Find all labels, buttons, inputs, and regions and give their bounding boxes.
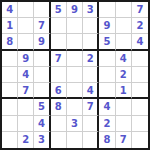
cell-r9c9[interactable] (132, 132, 148, 148)
cell-r6c6[interactable]: 4 (83, 83, 99, 99)
cell-r1c9[interactable]: 7 (132, 2, 148, 18)
cell-r9c4[interactable] (51, 132, 67, 148)
cell-r9c6[interactable] (83, 132, 99, 148)
cell-r2c9[interactable]: 2 (132, 18, 148, 34)
cell-r4c7[interactable] (99, 51, 115, 67)
cell-r6c8[interactable]: 1 (116, 83, 132, 99)
cell-r5c6[interactable] (83, 67, 99, 83)
cell-r7c4[interactable]: 8 (51, 99, 67, 115)
cell-r9c2[interactable]: 2 (18, 132, 34, 148)
cell-r9c5[interactable] (67, 132, 83, 148)
cell-r8c6[interactable] (83, 116, 99, 132)
cell-r6c7[interactable] (99, 83, 115, 99)
cell-r9c7[interactable]: 8 (99, 132, 115, 148)
cell-r4c5[interactable] (67, 51, 83, 67)
cell-r2c7[interactable]: 9 (99, 18, 115, 34)
cell-r2c1[interactable]: 1 (2, 18, 18, 34)
cell-r8c7[interactable]: 2 (99, 116, 115, 132)
cell-r3c1[interactable]: 8 (2, 34, 18, 50)
cell-r6c9[interactable] (132, 83, 148, 99)
cell-r6c3[interactable] (34, 83, 50, 99)
cell-r9c3[interactable]: 3 (34, 132, 50, 148)
cell-r8c2[interactable] (18, 116, 34, 132)
cell-r2c5[interactable] (67, 18, 83, 34)
cell-r1c2[interactable] (18, 2, 34, 18)
cell-r3c8[interactable] (116, 34, 132, 50)
cell-r5c4[interactable] (51, 67, 67, 83)
cell-r1c8[interactable] (116, 2, 132, 18)
cell-r2c3[interactable]: 7 (34, 18, 50, 34)
cell-r7c9[interactable] (132, 99, 148, 115)
cell-r4c4[interactable]: 7 (51, 51, 67, 67)
cell-r5c9[interactable] (132, 67, 148, 83)
cell-r4c8[interactable]: 4 (116, 51, 132, 67)
cell-r7c3[interactable]: 5 (34, 99, 50, 115)
cell-r7c2[interactable] (18, 99, 34, 115)
cell-r8c8[interactable] (116, 116, 132, 132)
cell-r9c8[interactable]: 7 (116, 132, 132, 148)
cell-r6c1[interactable] (2, 83, 18, 99)
cell-r1c6[interactable]: 3 (83, 2, 99, 18)
cell-r5c8[interactable]: 2 (116, 67, 132, 83)
cell-r4c3[interactable] (34, 51, 50, 67)
cell-r5c7[interactable] (99, 67, 115, 83)
cell-r7c1[interactable] (2, 99, 18, 115)
cell-r8c9[interactable] (132, 116, 148, 132)
cell-r8c4[interactable] (51, 116, 67, 132)
cell-r2c6[interactable] (83, 18, 99, 34)
cell-r8c3[interactable]: 4 (34, 116, 50, 132)
cell-r5c2[interactable]: 4 (18, 67, 34, 83)
cell-r4c2[interactable]: 9 (18, 51, 34, 67)
cell-r4c9[interactable] (132, 51, 148, 67)
cell-r8c5[interactable]: 3 (67, 116, 83, 132)
cell-r6c4[interactable]: 6 (51, 83, 67, 99)
cell-r2c4[interactable] (51, 18, 67, 34)
cell-r1c1[interactable]: 4 (2, 2, 18, 18)
cell-r1c4[interactable]: 5 (51, 2, 67, 18)
cell-r4c6[interactable]: 2 (83, 51, 99, 67)
cell-r4c1[interactable] (2, 51, 18, 67)
sudoku-board: 4593717928954972442764158744322387 (0, 0, 150, 150)
cell-r3c6[interactable] (83, 34, 99, 50)
cell-r3c7[interactable]: 5 (99, 34, 115, 50)
cell-r9c1[interactable] (2, 132, 18, 148)
cell-r7c8[interactable] (116, 99, 132, 115)
cell-r3c2[interactable] (18, 34, 34, 50)
cell-r3c3[interactable]: 9 (34, 34, 50, 50)
cell-r5c1[interactable] (2, 67, 18, 83)
cell-r2c8[interactable] (116, 18, 132, 34)
cell-r7c5[interactable] (67, 99, 83, 115)
cell-r6c2[interactable]: 7 (18, 83, 34, 99)
cell-r1c3[interactable] (34, 2, 50, 18)
cell-r7c7[interactable]: 4 (99, 99, 115, 115)
cell-r6c5[interactable] (67, 83, 83, 99)
cell-r7c6[interactable]: 7 (83, 99, 99, 115)
cell-r8c1[interactable] (2, 116, 18, 132)
cell-r3c9[interactable]: 4 (132, 34, 148, 50)
cell-r5c5[interactable] (67, 67, 83, 83)
cell-r5c3[interactable] (34, 67, 50, 83)
cell-r1c7[interactable] (99, 2, 115, 18)
cell-r2c2[interactable] (18, 18, 34, 34)
cell-r3c4[interactable] (51, 34, 67, 50)
cell-r1c5[interactable]: 9 (67, 2, 83, 18)
cell-r3c5[interactable] (67, 34, 83, 50)
